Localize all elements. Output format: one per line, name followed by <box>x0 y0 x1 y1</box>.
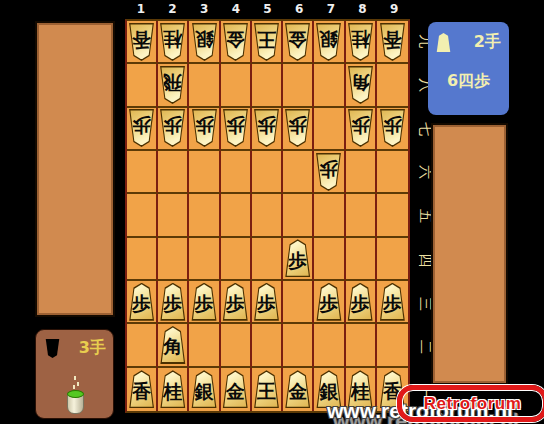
file-label-2: 2 <box>157 0 189 18</box>
board-cell-8九[interactable]: 桂 <box>346 21 377 64</box>
board-cell-5六[interactable] <box>252 151 283 194</box>
board-cell-6九[interactable]: 金 <box>283 21 314 64</box>
board-cell-1九[interactable]: 香 <box>127 21 158 64</box>
piece-金-top[interactable]: 金 <box>222 23 249 61</box>
retroforum-logo: Retroforum <box>397 385 544 422</box>
board-cell-3六[interactable] <box>189 151 220 194</box>
board-cell-6五[interactable] <box>283 194 314 237</box>
file-label-8: 8 <box>347 0 379 18</box>
board-cell-1一[interactable]: 香 <box>127 368 158 411</box>
board-cell-2二[interactable]: 角 <box>158 324 189 367</box>
board-cell-4六[interactable] <box>221 151 252 194</box>
board-cell-5七[interactable]: 歩 <box>252 108 283 151</box>
piece-歩-bottom[interactable]: 歩 <box>159 283 186 321</box>
file-label-5: 5 <box>252 0 284 18</box>
board-cell-6四[interactable]: 歩 <box>283 238 314 281</box>
board-cell-2四[interactable] <box>158 238 189 281</box>
board-cell-3一[interactable]: 銀 <box>189 368 220 411</box>
board-cell-2六[interactable] <box>158 151 189 194</box>
board-cell-1六[interactable] <box>127 151 158 194</box>
piece-角-bottom[interactable]: 角 <box>159 326 186 364</box>
piece-歩-bottom[interactable]: 歩 <box>379 283 406 321</box>
file-label-4: 4 <box>220 0 252 18</box>
shogi-game-screen: 123456789 香桂銀金王金銀桂香飛角歩歩歩歩歩歩歩歩歩歩歩歩歩歩歩歩歩歩角… <box>0 0 544 424</box>
board-cell-8一[interactable]: 桂 <box>346 368 377 411</box>
piece-桂-top[interactable]: 桂 <box>347 23 374 61</box>
board-cell-2三[interactable]: 歩 <box>158 281 189 324</box>
piece-歩-bottom[interactable]: 歩 <box>284 239 311 277</box>
board-cell-6二[interactable] <box>283 324 314 367</box>
board-cell-7一[interactable]: 銀 <box>314 368 345 411</box>
board-cell-4三[interactable]: 歩 <box>221 281 252 324</box>
piece-歩-bottom[interactable]: 歩 <box>253 283 280 321</box>
file-labels: 123456789 <box>125 0 410 18</box>
piece-歩-bottom[interactable]: 歩 <box>315 283 342 321</box>
file-label-1: 1 <box>125 0 157 18</box>
piece-歩-top[interactable]: 歩 <box>159 109 186 147</box>
piece-王-bottom[interactable]: 王 <box>253 370 280 408</box>
retroforum-logo-text: Retroforum <box>424 394 522 414</box>
file-label-6: 6 <box>283 0 315 18</box>
piece-金-bottom[interactable]: 金 <box>284 370 311 408</box>
board-cell-7五[interactable] <box>314 194 345 237</box>
piece-桂-bottom[interactable]: 桂 <box>347 370 374 408</box>
board-cell-5四[interactable] <box>252 238 283 281</box>
board-cell-2八[interactable]: 飛 <box>158 64 189 107</box>
board-cell-1三[interactable]: 歩 <box>127 281 158 324</box>
board-cell-2七[interactable]: 歩 <box>158 108 189 151</box>
board-cell-8七[interactable]: 歩 <box>346 108 377 151</box>
piece-香-bottom[interactable]: 香 <box>128 370 155 408</box>
board-cell-6六[interactable] <box>283 151 314 194</box>
piece-歩-top[interactable]: 歩 <box>222 109 249 147</box>
piece-王-top[interactable]: 王 <box>253 23 280 61</box>
board-cell-1四[interactable] <box>127 238 158 281</box>
board-cell-4一[interactable]: 金 <box>221 368 252 411</box>
piece-歩-top[interactable]: 歩 <box>315 153 342 191</box>
board-cell-3五[interactable] <box>189 194 220 237</box>
piece-銀-bottom[interactable]: 銀 <box>315 370 342 408</box>
board-cell-7二[interactable] <box>314 324 345 367</box>
board-cell-4二[interactable] <box>221 324 252 367</box>
shogi-board[interactable]: 香桂銀金王金銀桂香飛角歩歩歩歩歩歩歩歩歩歩歩歩歩歩歩歩歩歩角香桂銀金王金銀桂香 <box>125 19 410 413</box>
board-cell-5五[interactable] <box>252 194 283 237</box>
current-move-number: 3手 <box>79 338 106 359</box>
board-cell-7九[interactable]: 銀 <box>314 21 345 64</box>
piece-角-top[interactable]: 角 <box>347 66 374 104</box>
board-cell-7八[interactable] <box>314 64 345 107</box>
board-cell-6一[interactable]: 金 <box>283 368 314 411</box>
piece-飛-top[interactable]: 飛 <box>159 66 186 104</box>
piece-歩-bottom[interactable]: 歩 <box>222 283 249 321</box>
piece-銀-top[interactable]: 銀 <box>315 23 342 61</box>
file-label-3: 3 <box>188 0 220 18</box>
board-cell-2五[interactable] <box>158 194 189 237</box>
board-cell-8四[interactable] <box>346 238 377 281</box>
piece-歩-bottom[interactable]: 歩 <box>128 283 155 321</box>
piece-歩-top[interactable]: 歩 <box>284 109 311 147</box>
piece-桂-top[interactable]: 桂 <box>159 23 186 61</box>
captured-pieces-tray-bottom-player[interactable] <box>35 21 115 317</box>
board-cell-2一[interactable]: 桂 <box>158 368 189 411</box>
board-cell-7七[interactable] <box>314 108 345 151</box>
board-cell-4五[interactable] <box>221 194 252 237</box>
board-cell-8五[interactable] <box>346 194 377 237</box>
piece-歩-top[interactable]: 歩 <box>253 109 280 147</box>
piece-歩-bottom[interactable]: 歩 <box>191 283 218 321</box>
last-move-text: 6四歩 <box>428 71 509 92</box>
board-cell-3八[interactable] <box>189 64 220 107</box>
board-cell-2九[interactable]: 桂 <box>158 21 189 64</box>
board-cell-4八[interactable] <box>221 64 252 107</box>
piece-歩-top[interactable]: 歩 <box>379 109 406 147</box>
piece-香-top[interactable]: 香 <box>379 23 406 61</box>
board-cell-3四[interactable] <box>189 238 220 281</box>
piece-桂-bottom[interactable]: 桂 <box>159 370 186 408</box>
board-cell-7三[interactable]: 歩 <box>314 281 345 324</box>
board-cell-6三[interactable] <box>283 281 314 324</box>
piece-銀-bottom[interactable]: 銀 <box>191 370 218 408</box>
turn-panel: 3手 <box>35 329 114 419</box>
board-cell-8六[interactable] <box>346 151 377 194</box>
teacup-icon <box>65 376 87 416</box>
steam-icon <box>74 376 76 380</box>
board-cell-8三[interactable]: 歩 <box>346 281 377 324</box>
last-move-number: 2手 <box>474 32 501 53</box>
captured-pieces-tray-top-player[interactable] <box>431 123 508 385</box>
bottom-player-piece-icon <box>436 33 451 52</box>
file-label-9: 9 <box>378 0 410 18</box>
board-cell-8二[interactable] <box>346 324 377 367</box>
board-cell-3七[interactable]: 歩 <box>189 108 220 151</box>
board-cell-6八[interactable] <box>283 64 314 107</box>
board-cell-3三[interactable]: 歩 <box>189 281 220 324</box>
file-label-7: 7 <box>315 0 347 18</box>
board-cell-5一[interactable]: 王 <box>252 368 283 411</box>
board-cell-8八[interactable]: 角 <box>346 64 377 107</box>
piece-香-top[interactable]: 香 <box>128 23 155 61</box>
board-cell-4九[interactable]: 金 <box>221 21 252 64</box>
board-cell-1五[interactable] <box>127 194 158 237</box>
board-cell-3九[interactable]: 銀 <box>189 21 220 64</box>
piece-歩-top[interactable]: 歩 <box>347 109 374 147</box>
piece-銀-top[interactable]: 銀 <box>191 23 218 61</box>
board-cell-3二[interactable] <box>189 324 220 367</box>
board-cell-4七[interactable]: 歩 <box>221 108 252 151</box>
board-cell-5三[interactable]: 歩 <box>252 281 283 324</box>
last-move-panel: 2手 6四歩 <box>428 22 509 115</box>
piece-歩-top[interactable]: 歩 <box>191 109 218 147</box>
board-cell-7四[interactable] <box>314 238 345 281</box>
board-cell-7六[interactable]: 歩 <box>314 151 345 194</box>
board-cell-5二[interactable] <box>252 324 283 367</box>
piece-金-top[interactable]: 金 <box>284 23 311 61</box>
board-cell-1八[interactable] <box>127 64 158 107</box>
board-cell-4四[interactable] <box>221 238 252 281</box>
board-cell-5八[interactable] <box>252 64 283 107</box>
piece-歩-top[interactable]: 歩 <box>128 109 155 147</box>
board-cell-1二[interactable] <box>127 324 158 367</box>
piece-金-bottom[interactable]: 金 <box>222 370 249 408</box>
board-cell-6七[interactable]: 歩 <box>283 108 314 151</box>
board-cell-1七[interactable]: 歩 <box>127 108 158 151</box>
board-cell-5九[interactable]: 王 <box>252 21 283 64</box>
piece-歩-bottom[interactable]: 歩 <box>347 283 374 321</box>
top-player-piece-icon <box>45 339 60 358</box>
